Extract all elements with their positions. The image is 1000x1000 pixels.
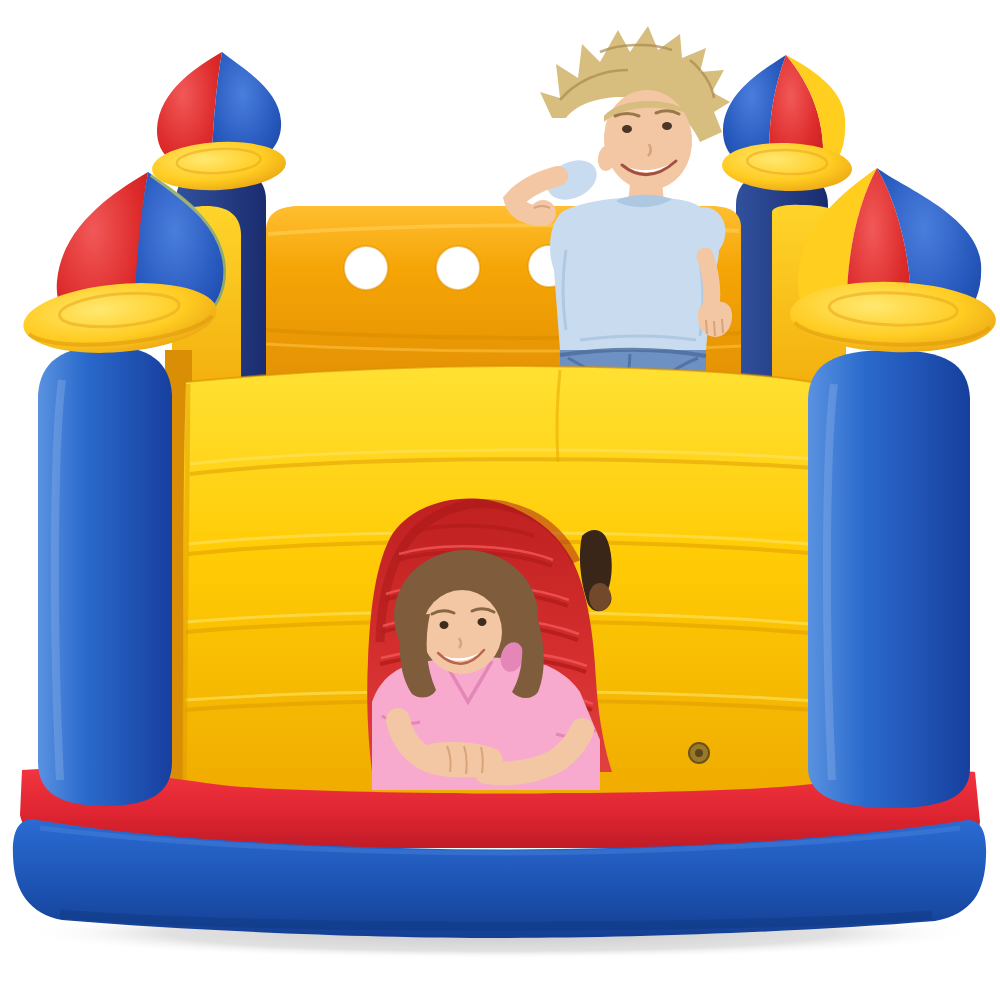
product-photo: inflatable castle bouncer bbox=[0, 0, 1000, 1000]
girl-top-hand bbox=[418, 742, 503, 777]
valve-cap bbox=[695, 749, 703, 757]
porthole-windows bbox=[344, 245, 570, 290]
porthole-window bbox=[344, 246, 388, 290]
tower-front-right bbox=[789, 168, 997, 808]
boy-eye bbox=[662, 122, 672, 130]
dark-object-lower bbox=[589, 583, 611, 611]
girl-eye bbox=[440, 621, 449, 629]
boy-forearm bbox=[705, 256, 712, 306]
air-valve bbox=[689, 743, 709, 763]
bounce-castle-scene bbox=[0, 0, 1000, 1000]
boy-eye bbox=[622, 125, 632, 133]
boy-fist bbox=[530, 200, 556, 226]
porthole-window bbox=[436, 246, 480, 290]
girl-eye bbox=[478, 618, 487, 626]
girl-face bbox=[422, 590, 502, 674]
